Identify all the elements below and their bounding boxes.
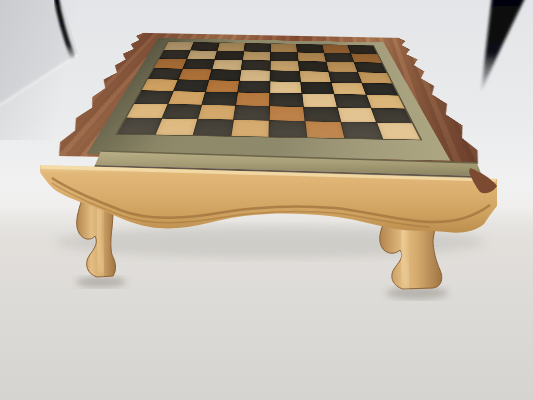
- left-leg-shadow: [76, 277, 126, 288]
- table-base: [0, 0, 533, 400]
- photo-stage: [0, 0, 533, 400]
